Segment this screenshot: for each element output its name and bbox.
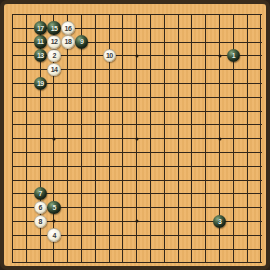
stone-white-6[interactable]: 6 [34, 201, 47, 214]
goban[interactable]: 12345678910111213141516171819 [4, 4, 266, 266]
stone-black-9[interactable]: 9 [75, 35, 88, 48]
stone-black-7[interactable]: 7 [34, 187, 47, 200]
stone-black-13[interactable]: 13 [34, 49, 47, 62]
stone-black-19[interactable]: 19 [34, 77, 47, 90]
stone-black-1[interactable]: 1 [227, 49, 240, 62]
stone-white-10[interactable]: 10 [103, 49, 116, 62]
stone-black-15[interactable]: 15 [47, 21, 60, 34]
stone-black-5[interactable]: 5 [47, 201, 60, 214]
stones-layer: 12345678910111213141516171819 [6, 7, 268, 269]
stone-white-14[interactable]: 14 [47, 63, 60, 76]
board-frame: 12345678910111213141516171819 [0, 0, 270, 270]
stone-black-17[interactable]: 17 [34, 21, 47, 34]
stone-white-12[interactable]: 12 [47, 35, 60, 48]
stone-white-8[interactable]: 8 [34, 215, 47, 228]
stone-white-16[interactable]: 16 [61, 21, 74, 34]
stone-white-2[interactable]: 2 [47, 49, 60, 62]
stone-black-11[interactable]: 11 [34, 35, 47, 48]
stone-white-18[interactable]: 18 [61, 35, 74, 48]
stone-white-4[interactable]: 4 [47, 228, 60, 241]
stone-black-3[interactable]: 3 [213, 215, 226, 228]
